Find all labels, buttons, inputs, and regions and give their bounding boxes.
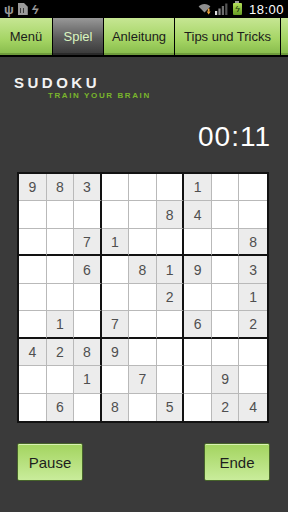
cell-r3c4: 1 <box>102 229 130 256</box>
cell-r9c6: 5 <box>157 394 185 421</box>
wifi-icon <box>198 3 211 15</box>
cell-r1c2: 8 <box>47 174 75 201</box>
tab-spiel-label: Spiel <box>64 29 93 44</box>
tab-spiel[interactable]: Spiel <box>53 18 103 55</box>
cell-r8c6[interactable] <box>157 366 185 393</box>
end-button-label: Ende <box>219 454 254 471</box>
cell-r5c1[interactable] <box>19 284 47 311</box>
cell-r4c6: 1 <box>157 256 185 283</box>
sudoku-board: 98318471868193211762428917968524 <box>17 172 269 423</box>
cell-r2c5[interactable] <box>129 201 157 228</box>
cell-r2c7: 4 <box>184 201 212 228</box>
cell-r9c3[interactable] <box>74 394 102 421</box>
cell-r1c6[interactable] <box>157 174 185 201</box>
cell-r6c7: 6 <box>184 311 212 338</box>
status-icons-left: ψ ϟ <box>4 3 39 16</box>
cell-r5c8[interactable] <box>212 284 240 311</box>
cell-r2c4[interactable] <box>102 201 130 228</box>
cell-r2c9[interactable] <box>239 201 267 228</box>
cell-r9c7[interactable] <box>184 394 212 421</box>
tab-menu-label: Menü <box>10 29 43 44</box>
cell-r8c5: 7 <box>129 366 157 393</box>
cell-r4c7: 9 <box>184 256 212 283</box>
cell-r9c2: 6 <box>47 394 75 421</box>
cell-r4c2[interactable] <box>47 256 75 283</box>
cell-r4c8[interactable] <box>212 256 240 283</box>
app-tagline: TRAIN YOUR BRAIN <box>48 92 151 100</box>
cell-r2c2[interactable] <box>47 201 75 228</box>
cell-r4c1[interactable] <box>19 256 47 283</box>
cell-r2c6: 8 <box>157 201 185 228</box>
sync-bolt-icon: ϟ <box>32 3 39 16</box>
signal-strength-icon <box>215 3 228 15</box>
cell-r8c2[interactable] <box>47 366 75 393</box>
cell-r7c2: 2 <box>47 339 75 366</box>
tab-tips-label: Tips und Tricks <box>184 29 271 44</box>
cell-r3c3: 7 <box>74 229 102 256</box>
cell-r1c5[interactable] <box>129 174 157 201</box>
cell-r9c5[interactable] <box>129 394 157 421</box>
cell-r5c6: 2 <box>157 284 185 311</box>
cell-r1c8[interactable] <box>212 174 240 201</box>
status-bar: ψ ϟ ϟ 18:00 <box>0 0 288 18</box>
cell-r8c8: 9 <box>212 366 240 393</box>
cell-r6c9: 2 <box>239 311 267 338</box>
cell-r7c5[interactable] <box>129 339 157 366</box>
cell-r5c4[interactable] <box>102 284 130 311</box>
cell-r7c4: 9 <box>102 339 130 366</box>
battery-bolt-icon: ϟ <box>233 3 242 15</box>
cell-r8c4[interactable] <box>102 366 130 393</box>
cell-r8c7[interactable] <box>184 366 212 393</box>
status-clock: 18:00 <box>247 2 284 17</box>
cell-r4c3: 6 <box>74 256 102 283</box>
cell-r7c7[interactable] <box>184 339 212 366</box>
cell-r3c8[interactable] <box>212 229 240 256</box>
cell-r4c4[interactable] <box>102 256 130 283</box>
cell-r2c8[interactable] <box>212 201 240 228</box>
cell-r9c8: 2 <box>212 394 240 421</box>
cell-r6c6[interactable] <box>157 311 185 338</box>
end-button[interactable]: Ende <box>204 443 270 481</box>
tab-menu[interactable]: Menü <box>0 18 52 55</box>
battery-charging-icon: ϟ <box>233 3 242 15</box>
cell-r1c1: 9 <box>19 174 47 201</box>
cell-r3c7[interactable] <box>184 229 212 256</box>
pause-button[interactable]: Pause <box>17 443 83 481</box>
cell-r1c9[interactable] <box>239 174 267 201</box>
cell-r6c4: 7 <box>102 311 130 338</box>
cell-r8c9[interactable] <box>239 366 267 393</box>
cell-r5c5[interactable] <box>129 284 157 311</box>
cell-r7c8[interactable] <box>212 339 240 366</box>
cell-r6c1[interactable] <box>19 311 47 338</box>
cell-r1c7: 1 <box>184 174 212 201</box>
app-screen: ψ ϟ ϟ 18:00 Menü Spiel Anleitun <box>0 0 288 512</box>
cell-r6c8[interactable] <box>212 311 240 338</box>
tab-anleitung[interactable]: Anleitung <box>104 18 174 55</box>
cell-r1c4[interactable] <box>102 174 130 201</box>
cell-r8c3: 1 <box>74 366 102 393</box>
cell-r8c1[interactable] <box>19 366 47 393</box>
cell-r5c3[interactable] <box>74 284 102 311</box>
pause-button-label: Pause <box>29 454 72 471</box>
app-logo: SUDOKU TRAIN YOUR BRAIN <box>14 75 151 100</box>
tab-tips-und-tricks[interactable]: Tips und Tricks <box>175 18 280 55</box>
cell-r2c3[interactable] <box>74 201 102 228</box>
cell-r9c4: 8 <box>102 394 130 421</box>
cell-r7c9[interactable] <box>239 339 267 366</box>
cell-r6c2: 1 <box>47 311 75 338</box>
cell-r6c5[interactable] <box>129 311 157 338</box>
cell-r3c1[interactable] <box>19 229 47 256</box>
app-title: SUDOKU <box>14 75 151 90</box>
cell-r9c9: 4 <box>239 394 267 421</box>
tab-anleitung-label: Anleitung <box>112 29 166 44</box>
cell-r5c9: 1 <box>239 284 267 311</box>
cell-r3c5[interactable] <box>129 229 157 256</box>
cell-r2c1[interactable] <box>19 201 47 228</box>
tab-partial[interactable] <box>281 18 288 55</box>
cell-r3c9: 8 <box>239 229 267 256</box>
cell-r4c5: 8 <box>129 256 157 283</box>
cell-r3c6[interactable] <box>157 229 185 256</box>
usb-icon: ψ <box>4 3 14 16</box>
cell-r4c9: 3 <box>239 256 267 283</box>
cell-r6c3[interactable] <box>74 311 102 338</box>
tab-bar: Menü Spiel Anleitung Tips und Tricks <box>0 18 288 57</box>
cell-r9c1[interactable] <box>19 394 47 421</box>
cell-r7c1: 4 <box>19 339 47 366</box>
game-timer: 00:11 <box>198 123 271 151</box>
cell-r1c3: 3 <box>74 174 102 201</box>
cell-r5c7[interactable] <box>184 284 212 311</box>
cell-r7c6[interactable] <box>157 339 185 366</box>
sim-card-icon <box>18 3 28 15</box>
cell-r5c2[interactable] <box>47 284 75 311</box>
status-icons-right: ϟ 18:00 <box>198 2 284 17</box>
cell-r3c2[interactable] <box>47 229 75 256</box>
cell-r7c3: 8 <box>74 339 102 366</box>
